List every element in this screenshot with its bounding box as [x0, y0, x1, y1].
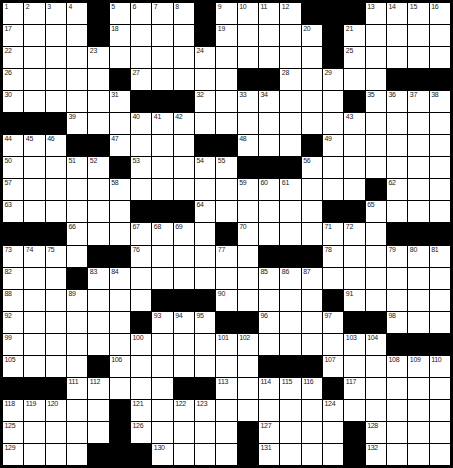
grid-cell[interactable]: 28 — [280, 69, 300, 90]
grid-cell[interactable]: 3 — [46, 3, 66, 24]
grid-cell[interactable]: 8 — [174, 3, 194, 24]
grid-cell[interactable]: 61 — [280, 179, 300, 200]
grid-cell[interactable] — [195, 223, 215, 244]
grid-cell[interactable] — [152, 47, 172, 68]
grid-cell[interactable] — [46, 25, 66, 46]
grid-cell[interactable]: 105 — [3, 356, 23, 377]
grid-cell[interactable]: 90 — [216, 290, 236, 311]
grid-cell[interactable] — [152, 268, 172, 289]
grid-cell[interactable] — [131, 135, 151, 156]
grid-cell[interactable] — [216, 422, 236, 443]
grid-cell[interactable] — [344, 400, 364, 421]
grid-cell[interactable] — [430, 268, 450, 289]
grid-cell[interactable] — [408, 268, 428, 289]
grid-cell[interactable] — [280, 290, 300, 311]
grid-cell[interactable] — [280, 223, 300, 244]
grid-cell[interactable] — [280, 135, 300, 156]
grid-cell[interactable] — [24, 312, 44, 333]
grid-cell[interactable] — [88, 201, 108, 222]
grid-cell[interactable]: 74 — [24, 246, 44, 267]
grid-cell[interactable] — [46, 47, 66, 68]
grid-cell[interactable]: 59 — [238, 179, 258, 200]
grid-cell[interactable] — [216, 444, 236, 465]
grid-cell[interactable] — [174, 246, 194, 267]
grid-cell[interactable] — [46, 290, 66, 311]
grid-cell[interactable] — [387, 135, 407, 156]
grid-cell[interactable] — [302, 223, 322, 244]
grid-cell[interactable] — [67, 444, 87, 465]
grid-cell[interactable]: 22 — [3, 47, 23, 68]
grid-cell[interactable] — [408, 25, 428, 46]
grid-cell[interactable] — [430, 312, 450, 333]
grid-cell[interactable]: 119 — [24, 400, 44, 421]
grid-cell[interactable]: 100 — [131, 334, 151, 355]
grid-cell[interactable] — [195, 69, 215, 90]
grid-cell[interactable] — [174, 179, 194, 200]
grid-cell[interactable] — [323, 422, 343, 443]
grid-cell[interactable]: 60 — [259, 179, 279, 200]
grid-cell[interactable] — [67, 400, 87, 421]
grid-cell[interactable] — [131, 290, 151, 311]
grid-cell[interactable]: 33 — [238, 91, 258, 112]
grid-cell[interactable] — [24, 157, 44, 178]
grid-cell[interactable] — [88, 69, 108, 90]
grid-cell[interactable]: 114 — [259, 378, 279, 399]
grid-cell[interactable] — [302, 47, 322, 68]
grid-cell[interactable]: 122 — [174, 400, 194, 421]
grid-cell[interactable] — [174, 157, 194, 178]
grid-cell[interactable] — [110, 223, 130, 244]
grid-cell[interactable] — [24, 334, 44, 355]
grid-cell[interactable] — [302, 69, 322, 90]
grid-cell[interactable] — [174, 69, 194, 90]
grid-cell[interactable] — [408, 378, 428, 399]
grid-cell[interactable]: 54 — [195, 157, 215, 178]
grid-cell[interactable]: 91 — [344, 290, 364, 311]
grid-cell[interactable] — [195, 444, 215, 465]
grid-cell[interactable] — [216, 91, 236, 112]
grid-cell[interactable] — [366, 356, 386, 377]
grid-cell[interactable] — [408, 201, 428, 222]
grid-cell[interactable]: 115 — [280, 378, 300, 399]
grid-cell[interactable]: 69 — [174, 223, 194, 244]
grid-cell[interactable] — [24, 201, 44, 222]
grid-cell[interactable]: 127 — [259, 422, 279, 443]
grid-cell[interactable] — [216, 69, 236, 90]
grid-cell[interactable]: 38 — [430, 91, 450, 112]
grid-cell[interactable]: 76 — [131, 246, 151, 267]
grid-cell[interactable]: 77 — [216, 246, 236, 267]
grid-cell[interactable]: 46 — [46, 135, 66, 156]
grid-cell[interactable]: 93 — [152, 312, 172, 333]
grid-cell[interactable]: 81 — [430, 246, 450, 267]
grid-cell[interactable] — [280, 422, 300, 443]
grid-cell[interactable]: 26 — [3, 69, 23, 90]
grid-cell[interactable] — [67, 47, 87, 68]
grid-cell[interactable] — [195, 113, 215, 134]
grid-cell[interactable] — [24, 290, 44, 311]
grid-cell[interactable] — [430, 157, 450, 178]
grid-cell[interactable] — [259, 47, 279, 68]
grid-cell[interactable] — [216, 113, 236, 134]
grid-cell[interactable] — [430, 25, 450, 46]
grid-cell[interactable] — [88, 422, 108, 443]
grid-cell[interactable] — [131, 25, 151, 46]
grid-cell[interactable] — [280, 400, 300, 421]
grid-cell[interactable]: 118 — [3, 400, 23, 421]
grid-cell[interactable] — [131, 356, 151, 377]
grid-cell[interactable] — [302, 113, 322, 134]
grid-cell[interactable]: 124 — [323, 400, 343, 421]
grid-cell[interactable] — [387, 47, 407, 68]
grid-cell[interactable]: 103 — [344, 334, 364, 355]
grid-cell[interactable]: 44 — [3, 135, 23, 156]
grid-cell[interactable]: 15 — [408, 3, 428, 24]
grid-cell[interactable] — [174, 356, 194, 377]
grid-cell[interactable] — [195, 356, 215, 377]
grid-cell[interactable] — [259, 290, 279, 311]
grid-cell[interactable]: 25 — [344, 47, 364, 68]
grid-cell[interactable]: 79 — [387, 246, 407, 267]
grid-cell[interactable] — [387, 378, 407, 399]
grid-cell[interactable] — [88, 334, 108, 355]
grid-cell[interactable]: 18 — [110, 25, 130, 46]
grid-cell[interactable] — [366, 135, 386, 156]
grid-cell[interactable] — [408, 422, 428, 443]
grid-cell[interactable]: 1 — [3, 3, 23, 24]
grid-cell[interactable]: 128 — [366, 422, 386, 443]
grid-cell[interactable] — [24, 422, 44, 443]
grid-cell[interactable]: 51 — [67, 157, 87, 178]
grid-cell[interactable] — [366, 290, 386, 311]
grid-cell[interactable] — [387, 25, 407, 46]
grid-cell[interactable]: 99 — [3, 334, 23, 355]
grid-cell[interactable]: 125 — [3, 422, 23, 443]
grid-cell[interactable]: 37 — [408, 91, 428, 112]
grid-cell[interactable]: 56 — [302, 157, 322, 178]
grid-cell[interactable] — [88, 290, 108, 311]
grid-cell[interactable] — [430, 201, 450, 222]
grid-cell[interactable]: 104 — [366, 334, 386, 355]
grid-cell[interactable] — [110, 312, 130, 333]
grid-cell[interactable]: 55 — [216, 157, 236, 178]
grid-cell[interactable] — [344, 69, 364, 90]
grid-cell[interactable]: 64 — [195, 201, 215, 222]
grid-cell[interactable] — [344, 356, 364, 377]
grid-cell[interactable]: 29 — [323, 69, 343, 90]
grid-cell[interactable]: 107 — [323, 356, 343, 377]
grid-cell[interactable] — [259, 113, 279, 134]
grid-cell[interactable] — [174, 422, 194, 443]
grid-cell[interactable]: 35 — [366, 91, 386, 112]
grid-cell[interactable] — [323, 113, 343, 134]
grid-cell[interactable]: 108 — [387, 356, 407, 377]
grid-cell[interactable] — [152, 334, 172, 355]
grid-cell[interactable]: 92 — [3, 312, 23, 333]
grid-cell[interactable] — [387, 201, 407, 222]
grid-cell[interactable]: 10 — [238, 3, 258, 24]
grid-cell[interactable]: 121 — [131, 400, 151, 421]
grid-cell[interactable]: 112 — [88, 378, 108, 399]
grid-cell[interactable]: 14 — [387, 3, 407, 24]
grid-cell[interactable] — [67, 334, 87, 355]
grid-cell[interactable] — [67, 69, 87, 90]
grid-cell[interactable]: 30 — [3, 91, 23, 112]
grid-cell[interactable]: 94 — [174, 312, 194, 333]
grid-cell[interactable] — [110, 201, 130, 222]
grid-cell[interactable]: 9 — [216, 3, 236, 24]
grid-cell[interactable] — [430, 378, 450, 399]
grid-cell[interactable]: 120 — [46, 400, 66, 421]
grid-cell[interactable]: 98 — [387, 312, 407, 333]
grid-cell[interactable] — [195, 268, 215, 289]
grid-cell[interactable] — [323, 91, 343, 112]
grid-cell[interactable]: 66 — [67, 223, 87, 244]
grid-cell[interactable] — [216, 179, 236, 200]
grid-cell[interactable]: 82 — [3, 268, 23, 289]
grid-cell[interactable] — [46, 312, 66, 333]
grid-cell[interactable] — [67, 422, 87, 443]
grid-cell[interactable] — [88, 179, 108, 200]
grid-cell[interactable] — [302, 312, 322, 333]
grid-cell[interactable] — [323, 268, 343, 289]
grid-cell[interactable]: 65 — [366, 201, 386, 222]
grid-cell[interactable] — [67, 179, 87, 200]
grid-cell[interactable]: 71 — [323, 223, 343, 244]
grid-cell[interactable] — [408, 290, 428, 311]
grid-cell[interactable] — [131, 268, 151, 289]
grid-cell[interactable] — [195, 179, 215, 200]
grid-cell[interactable] — [302, 444, 322, 465]
grid-cell[interactable] — [152, 135, 172, 156]
grid-cell[interactable] — [152, 246, 172, 267]
grid-cell[interactable]: 87 — [302, 268, 322, 289]
grid-cell[interactable]: 20 — [302, 25, 322, 46]
grid-cell[interactable] — [46, 69, 66, 90]
grid-cell[interactable] — [259, 400, 279, 421]
grid-cell[interactable]: 27 — [131, 69, 151, 90]
grid-cell[interactable] — [302, 334, 322, 355]
grid-cell[interactable] — [174, 268, 194, 289]
grid-cell[interactable] — [238, 268, 258, 289]
grid-cell[interactable] — [280, 334, 300, 355]
grid-cell[interactable]: 75 — [46, 246, 66, 267]
grid-cell[interactable]: 6 — [131, 3, 151, 24]
grid-cell[interactable]: 34 — [259, 91, 279, 112]
grid-cell[interactable] — [110, 290, 130, 311]
grid-cell[interactable]: 11 — [259, 3, 279, 24]
grid-cell[interactable] — [46, 201, 66, 222]
grid-cell[interactable]: 45 — [24, 135, 44, 156]
grid-cell[interactable] — [408, 135, 428, 156]
grid-cell[interactable] — [238, 246, 258, 267]
grid-cell[interactable] — [46, 334, 66, 355]
grid-cell[interactable] — [24, 179, 44, 200]
grid-cell[interactable]: 63 — [3, 201, 23, 222]
grid-cell[interactable] — [131, 47, 151, 68]
grid-cell[interactable]: 50 — [3, 157, 23, 178]
grid-cell[interactable] — [152, 69, 172, 90]
grid-cell[interactable] — [46, 356, 66, 377]
grid-cell[interactable] — [430, 422, 450, 443]
grid-cell[interactable]: 72 — [344, 223, 364, 244]
grid-cell[interactable] — [366, 157, 386, 178]
grid-cell[interactable] — [408, 400, 428, 421]
grid-cell[interactable]: 4 — [67, 3, 87, 24]
grid-cell[interactable] — [430, 444, 450, 465]
grid-cell[interactable] — [110, 47, 130, 68]
grid-cell[interactable]: 19 — [216, 25, 236, 46]
grid-cell[interactable]: 39 — [67, 113, 87, 134]
grid-cell[interactable] — [387, 400, 407, 421]
grid-cell[interactable] — [302, 179, 322, 200]
grid-cell[interactable] — [24, 25, 44, 46]
grid-cell[interactable] — [46, 179, 66, 200]
grid-cell[interactable] — [46, 268, 66, 289]
grid-cell[interactable] — [366, 25, 386, 46]
grid-cell[interactable]: 97 — [323, 312, 343, 333]
grid-cell[interactable] — [152, 157, 172, 178]
grid-cell[interactable]: 42 — [174, 113, 194, 134]
grid-cell[interactable] — [430, 113, 450, 134]
grid-cell[interactable]: 110 — [430, 356, 450, 377]
grid-cell[interactable] — [344, 135, 364, 156]
grid-cell[interactable]: 41 — [152, 113, 172, 134]
grid-cell[interactable] — [430, 47, 450, 68]
grid-cell[interactable] — [152, 179, 172, 200]
grid-cell[interactable]: 109 — [408, 356, 428, 377]
grid-cell[interactable] — [216, 47, 236, 68]
grid-cell[interactable] — [387, 113, 407, 134]
grid-cell[interactable] — [67, 201, 87, 222]
grid-cell[interactable]: 86 — [280, 268, 300, 289]
grid-cell[interactable]: 43 — [344, 113, 364, 134]
grid-cell[interactable] — [238, 25, 258, 46]
grid-cell[interactable] — [259, 334, 279, 355]
grid-cell[interactable] — [24, 356, 44, 377]
grid-cell[interactable]: 95 — [195, 312, 215, 333]
grid-cell[interactable] — [366, 268, 386, 289]
grid-cell[interactable] — [46, 444, 66, 465]
grid-cell[interactable]: 36 — [387, 91, 407, 112]
grid-cell[interactable] — [344, 179, 364, 200]
grid-cell[interactable] — [408, 312, 428, 333]
grid-cell[interactable] — [88, 113, 108, 134]
grid-cell[interactable] — [24, 69, 44, 90]
grid-cell[interactable] — [259, 223, 279, 244]
grid-cell[interactable] — [323, 157, 343, 178]
grid-cell[interactable] — [387, 290, 407, 311]
grid-cell[interactable]: 67 — [131, 223, 151, 244]
grid-cell[interactable]: 101 — [216, 334, 236, 355]
grid-cell[interactable] — [408, 444, 428, 465]
grid-cell[interactable]: 53 — [131, 157, 151, 178]
grid-cell[interactable]: 96 — [259, 312, 279, 333]
grid-cell[interactable]: 84 — [110, 268, 130, 289]
grid-cell[interactable] — [24, 444, 44, 465]
grid-cell[interactable] — [174, 47, 194, 68]
grid-cell[interactable]: 12 — [280, 3, 300, 24]
grid-cell[interactable] — [238, 201, 258, 222]
grid-cell[interactable] — [280, 113, 300, 134]
grid-cell[interactable] — [67, 25, 87, 46]
grid-cell[interactable] — [238, 400, 258, 421]
grid-cell[interactable]: 49 — [323, 135, 343, 156]
grid-cell[interactable] — [238, 47, 258, 68]
grid-cell[interactable] — [366, 47, 386, 68]
grid-cell[interactable] — [46, 422, 66, 443]
grid-cell[interactable] — [366, 378, 386, 399]
grid-cell[interactable]: 78 — [323, 246, 343, 267]
grid-cell[interactable]: 83 — [88, 268, 108, 289]
grid-cell[interactable] — [302, 400, 322, 421]
grid-cell[interactable] — [280, 47, 300, 68]
grid-cell[interactable] — [302, 290, 322, 311]
grid-cell[interactable]: 17 — [3, 25, 23, 46]
grid-cell[interactable]: 68 — [152, 223, 172, 244]
grid-cell[interactable] — [195, 334, 215, 355]
grid-cell[interactable]: 21 — [344, 25, 364, 46]
grid-cell[interactable] — [387, 268, 407, 289]
grid-cell[interactable] — [280, 444, 300, 465]
grid-cell[interactable] — [238, 356, 258, 377]
grid-cell[interactable] — [216, 356, 236, 377]
grid-cell[interactable]: 88 — [3, 290, 23, 311]
grid-cell[interactable]: 117 — [344, 378, 364, 399]
grid-cell[interactable] — [302, 201, 322, 222]
grid-cell[interactable] — [174, 444, 194, 465]
grid-cell[interactable]: 47 — [110, 135, 130, 156]
grid-cell[interactable]: 31 — [110, 91, 130, 112]
grid-cell[interactable] — [67, 246, 87, 267]
grid-cell[interactable] — [280, 201, 300, 222]
grid-cell[interactable] — [24, 91, 44, 112]
grid-cell[interactable]: 116 — [302, 378, 322, 399]
grid-cell[interactable] — [238, 113, 258, 134]
grid-cell[interactable]: 52 — [88, 157, 108, 178]
grid-cell[interactable] — [408, 157, 428, 178]
grid-cell[interactable] — [430, 290, 450, 311]
grid-cell[interactable] — [195, 422, 215, 443]
grid-cell[interactable] — [387, 444, 407, 465]
grid-cell[interactable] — [280, 91, 300, 112]
grid-cell[interactable]: 58 — [110, 179, 130, 200]
grid-cell[interactable] — [430, 400, 450, 421]
grid-cell[interactable] — [67, 312, 87, 333]
grid-cell[interactable] — [131, 378, 151, 399]
grid-cell[interactable]: 32 — [195, 91, 215, 112]
grid-cell[interactable] — [110, 113, 130, 134]
grid-cell[interactable] — [430, 135, 450, 156]
grid-cell[interactable] — [344, 157, 364, 178]
grid-cell[interactable] — [430, 179, 450, 200]
grid-cell[interactable]: 106 — [110, 356, 130, 377]
grid-cell[interactable] — [366, 400, 386, 421]
grid-cell[interactable] — [280, 312, 300, 333]
grid-cell[interactable] — [344, 268, 364, 289]
grid-cell[interactable] — [88, 223, 108, 244]
grid-cell[interactable] — [46, 91, 66, 112]
grid-cell[interactable]: 2 — [24, 3, 44, 24]
grid-cell[interactable] — [152, 400, 172, 421]
grid-cell[interactable] — [408, 47, 428, 68]
grid-cell[interactable] — [88, 312, 108, 333]
grid-cell[interactable] — [408, 113, 428, 134]
grid-cell[interactable] — [195, 246, 215, 267]
grid-cell[interactable] — [387, 157, 407, 178]
grid-cell[interactable]: 5 — [110, 3, 130, 24]
grid-cell[interactable]: 132 — [366, 444, 386, 465]
